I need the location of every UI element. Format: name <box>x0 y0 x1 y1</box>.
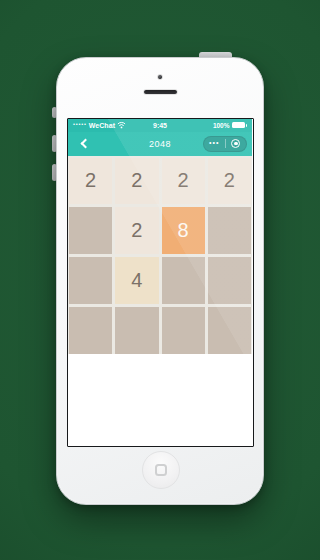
empty-cell <box>208 307 251 354</box>
clock-label: 9:45 <box>68 122 252 129</box>
empty-cell <box>69 307 112 354</box>
phone-frame: ••••• WeChat 9:45 100% <box>56 57 264 505</box>
board-grid[interactable]: 2222284 <box>68 156 252 354</box>
tile-2: 2 <box>115 158 158 205</box>
empty-cell <box>208 207 251 254</box>
empty-cell <box>162 307 205 354</box>
tile-2: 2 <box>208 158 251 205</box>
miniprogram-capsule: ••• <box>203 136 247 152</box>
home-button[interactable] <box>142 451 180 489</box>
tile-2: 2 <box>115 207 158 254</box>
target-circle-icon <box>231 139 240 148</box>
status-bar: ••••• WeChat 9:45 100% <box>68 119 252 132</box>
content-blank-area <box>68 354 252 445</box>
earpiece-speaker <box>143 89 178 95</box>
tile-2: 2 <box>162 158 205 205</box>
empty-cell <box>162 257 205 304</box>
back-button[interactable] <box>77 132 91 156</box>
page-background: ••••• WeChat 9:45 100% <box>0 0 320 560</box>
home-square-icon <box>155 464 167 476</box>
tile-4: 4 <box>115 257 158 304</box>
empty-cell <box>69 257 112 304</box>
empty-cell <box>208 257 251 304</box>
page-title: 2048 <box>149 139 171 149</box>
tile-8: 8 <box>162 207 205 254</box>
screen: ••••• WeChat 9:45 100% <box>67 118 254 447</box>
chevron-left-icon <box>81 139 91 149</box>
nav-bar: 2048 ••• <box>68 132 252 156</box>
more-menu-button[interactable]: ••• <box>204 139 225 149</box>
front-camera <box>157 74 163 80</box>
empty-cell <box>115 307 158 354</box>
exit-miniprogram-button[interactable] <box>226 139 247 148</box>
empty-cell <box>69 207 112 254</box>
tile-2: 2 <box>69 158 112 205</box>
